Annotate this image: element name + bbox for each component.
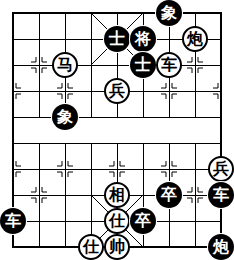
piece-white-chariot[interactable]: 车 (156, 52, 182, 78)
piece-black-soldier[interactable]: 卒 (130, 208, 156, 234)
piece-black-elephant[interactable]: 象 (156, 0, 182, 26)
piece-white-general[interactable]: 帅 (104, 234, 130, 260)
piece-black-general[interactable]: 将 (130, 26, 156, 52)
piece-white-elephant[interactable]: 相 (104, 182, 130, 208)
piece-black-advisor[interactable]: 士 (130, 52, 156, 78)
piece-white-advisor[interactable]: 仕 (78, 234, 104, 260)
piece-black-soldier[interactable]: 卒 (156, 182, 182, 208)
piece-black-elephant[interactable]: 象 (52, 104, 78, 130)
piece-black-chariot[interactable]: 车 (208, 182, 234, 208)
pieces-layer: 象士将炮马士车兵象兵相卒车车仕卒仕帅炮 (0, 0, 234, 260)
piece-white-advisor[interactable]: 仕 (104, 208, 130, 234)
piece-white-soldier[interactable]: 兵 (104, 78, 130, 104)
piece-black-advisor[interactable]: 士 (104, 26, 130, 52)
piece-black-cannon[interactable]: 炮 (208, 234, 234, 260)
piece-white-soldier[interactable]: 兵 (208, 156, 234, 182)
xiangqi-board: 象士将炮马士车兵象兵相卒车车仕卒仕帅炮 (0, 0, 234, 260)
piece-white-horse[interactable]: 马 (52, 52, 78, 78)
piece-black-chariot[interactable]: 车 (0, 208, 26, 234)
piece-white-cannon[interactable]: 炮 (182, 26, 208, 52)
